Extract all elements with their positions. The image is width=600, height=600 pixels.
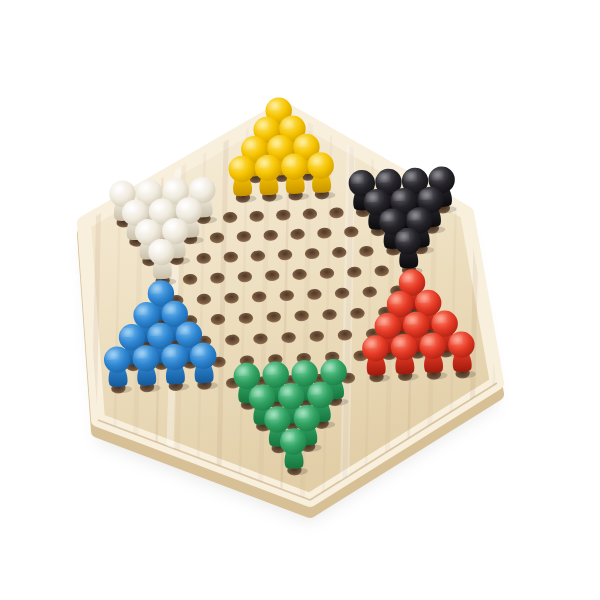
chinese-checkers-photo — [0, 0, 600, 600]
grain-streak — [491, 100, 500, 516]
product-photo-stage — [0, 0, 600, 600]
